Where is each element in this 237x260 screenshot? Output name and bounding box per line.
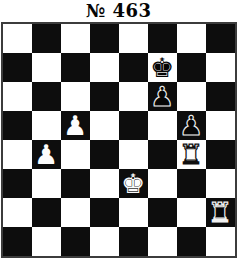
square-c7 [61,53,90,82]
square-c2 [61,198,90,227]
square-g7 [177,53,206,82]
square-g2 [177,198,206,227]
piece-black-rook-h2: ♜ [208,198,232,227]
piece-black-pawn-g5: ♟ [179,111,203,140]
square-d1 [90,227,119,256]
square-f5 [148,111,177,140]
square-e5 [119,111,148,140]
square-g3 [177,169,206,198]
piece-black-king-f7: ♚ [150,53,174,82]
square-e7 [119,53,148,82]
square-b6 [32,82,61,111]
square-f4 [148,140,177,169]
piece-white-king-e3: ♚ [121,169,145,198]
square-c1 [61,227,90,256]
square-c4 [61,140,90,169]
square-g6 [177,82,206,111]
square-h2: ♜ [206,198,235,227]
square-e1 [119,227,148,256]
square-d4 [90,140,119,169]
square-e8 [119,24,148,53]
square-f8 [148,24,177,53]
square-a2 [3,198,32,227]
square-d6 [90,82,119,111]
square-h3 [206,169,235,198]
square-d5 [90,111,119,140]
square-b8 [32,24,61,53]
square-f3 [148,169,177,198]
square-c6 [61,82,90,111]
chess-board: ♚♟♟♟♟♜♚♜ [1,22,237,258]
square-h1 [206,227,235,256]
piece-white-pawn-b4: ♟ [34,140,58,169]
square-f6: ♟ [148,82,177,111]
square-f1 [148,227,177,256]
piece-white-rook-g4: ♜ [179,140,203,169]
square-g4: ♜ [177,140,206,169]
square-h5 [206,111,235,140]
square-b3 [32,169,61,198]
square-f2 [148,198,177,227]
square-g5: ♟ [177,111,206,140]
square-h8 [206,24,235,53]
square-a5 [3,111,32,140]
piece-black-pawn-f6: ♟ [150,82,174,111]
square-h6 [206,82,235,111]
square-c3 [61,169,90,198]
puzzle-number: № 463 [0,0,237,22]
square-b2 [32,198,61,227]
square-d2 [90,198,119,227]
square-b4: ♟ [32,140,61,169]
square-d3 [90,169,119,198]
square-f7: ♚ [148,53,177,82]
square-a8 [3,24,32,53]
square-e2 [119,198,148,227]
square-a7 [3,53,32,82]
square-a6 [3,82,32,111]
square-b7 [32,53,61,82]
square-g1 [177,227,206,256]
square-b5 [32,111,61,140]
square-d7 [90,53,119,82]
chess-diagram-page: № 463 ♚♟♟♟♟♜♚♜ [0,0,237,260]
square-e6 [119,82,148,111]
square-a1 [3,227,32,256]
square-e3: ♚ [119,169,148,198]
square-h4 [206,140,235,169]
square-c5: ♟ [61,111,90,140]
piece-white-pawn-c5: ♟ [63,111,87,140]
square-a3 [3,169,32,198]
square-h7 [206,53,235,82]
square-b1 [32,227,61,256]
square-a4 [3,140,32,169]
square-g8 [177,24,206,53]
square-d8 [90,24,119,53]
square-c8 [61,24,90,53]
square-e4 [119,140,148,169]
